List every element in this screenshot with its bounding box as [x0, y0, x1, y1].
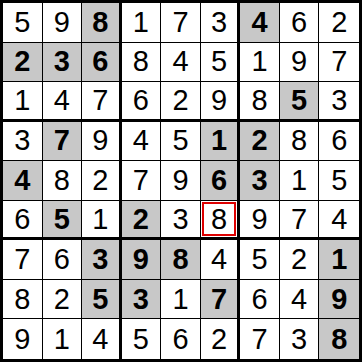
cell-r9c2[interactable]: 1 [43, 319, 83, 359]
cell-r8c8[interactable]: 4 [280, 280, 320, 320]
cell-r3c8[interactable]: 5 [280, 82, 320, 122]
cell-r1c3[interactable]: 8 [82, 3, 122, 43]
cell-r9c8[interactable]: 3 [280, 319, 320, 359]
cell-r6c1[interactable]: 6 [3, 201, 43, 241]
cell-r8c2[interactable]: 2 [43, 280, 83, 320]
cell-r3c3[interactable]: 7 [82, 82, 122, 122]
cell-r9c7[interactable]: 7 [240, 319, 280, 359]
cell-r6c5[interactable]: 3 [161, 201, 201, 241]
cell-r4c1[interactable]: 3 [3, 122, 43, 162]
cell-r8c6[interactable]: 7 [201, 280, 241, 320]
cell-r3c1[interactable]: 1 [3, 82, 43, 122]
cell-r8c4[interactable]: 3 [122, 280, 162, 320]
cell-r5c8[interactable]: 1 [280, 161, 320, 201]
cell-r2c3[interactable]: 6 [82, 43, 122, 83]
cell-r1c4[interactable]: 1 [122, 3, 162, 43]
cell-r2c2[interactable]: 3 [43, 43, 83, 83]
cell-r8c5[interactable]: 1 [161, 280, 201, 320]
cell-r6c3[interactable]: 1 [82, 201, 122, 241]
cell-r8c9[interactable]: 9 [319, 280, 359, 320]
cell-r8c1[interactable]: 8 [3, 280, 43, 320]
cell-r5c2[interactable]: 8 [43, 161, 83, 201]
cell-r6c7[interactable]: 9 [240, 201, 280, 241]
cell-r5c1[interactable]: 4 [3, 161, 43, 201]
cell-r4c9[interactable]: 6 [319, 122, 359, 162]
sudoku-board: 5981734622368451971476298533794512864827… [0, 0, 362, 362]
cell-r5c7[interactable]: 3 [240, 161, 280, 201]
cell-r7c4[interactable]: 9 [122, 240, 162, 280]
cell-r5c5[interactable]: 9 [161, 161, 201, 201]
cell-r4c5[interactable]: 5 [161, 122, 201, 162]
selected-cell-ring [202, 202, 237, 237]
cell-r3c6[interactable]: 9 [201, 82, 241, 122]
cell-r7c8[interactable]: 2 [280, 240, 320, 280]
cell-r2c9[interactable]: 7 [319, 43, 359, 83]
cell-r9c9[interactable]: 8 [319, 319, 359, 359]
cell-r5c4[interactable]: 7 [122, 161, 162, 201]
cell-r6c4[interactable]: 2 [122, 201, 162, 241]
cell-r1c6[interactable]: 3 [201, 3, 241, 43]
cell-r5c6[interactable]: 6 [201, 161, 241, 201]
cell-r1c5[interactable]: 7 [161, 3, 201, 43]
cell-r4c7[interactable]: 2 [240, 122, 280, 162]
cell-r3c4[interactable]: 6 [122, 82, 162, 122]
cell-r4c8[interactable]: 8 [280, 122, 320, 162]
cell-r7c2[interactable]: 6 [43, 240, 83, 280]
cell-r2c5[interactable]: 4 [161, 43, 201, 83]
cell-r4c6[interactable]: 1 [201, 122, 241, 162]
cell-r7c6[interactable]: 4 [201, 240, 241, 280]
cell-r5c9[interactable]: 5 [319, 161, 359, 201]
cell-r2c4[interactable]: 8 [122, 43, 162, 83]
cell-r8c3[interactable]: 5 [82, 280, 122, 320]
cell-r9c5[interactable]: 6 [161, 319, 201, 359]
cell-r3c2[interactable]: 4 [43, 82, 83, 122]
cell-r1c8[interactable]: 6 [280, 3, 320, 43]
cell-r7c9[interactable]: 1 [319, 240, 359, 280]
cell-r2c1[interactable]: 2 [3, 43, 43, 83]
cell-r6c8[interactable]: 7 [280, 201, 320, 241]
cell-r6c2[interactable]: 5 [43, 201, 83, 241]
cell-r9c1[interactable]: 9 [3, 319, 43, 359]
cell-r3c9[interactable]: 3 [319, 82, 359, 122]
cell-r7c5[interactable]: 8 [161, 240, 201, 280]
cell-r4c3[interactable]: 9 [82, 122, 122, 162]
cell-r4c4[interactable]: 4 [122, 122, 162, 162]
cell-r1c9[interactable]: 2 [319, 3, 359, 43]
cell-r1c1[interactable]: 5 [3, 3, 43, 43]
cell-r3c7[interactable]: 8 [240, 82, 280, 122]
cell-r6c9[interactable]: 4 [319, 201, 359, 241]
cell-r7c7[interactable]: 5 [240, 240, 280, 280]
cell-r1c7[interactable]: 4 [240, 3, 280, 43]
cell-r5c3[interactable]: 2 [82, 161, 122, 201]
cell-r6c6[interactable]: 8 [201, 201, 241, 241]
cell-r7c1[interactable]: 7 [3, 240, 43, 280]
cell-r8c7[interactable]: 6 [240, 280, 280, 320]
cell-r2c7[interactable]: 1 [240, 43, 280, 83]
cell-r3c5[interactable]: 2 [161, 82, 201, 122]
cell-r9c3[interactable]: 4 [82, 319, 122, 359]
cell-r7c3[interactable]: 3 [82, 240, 122, 280]
cell-r9c6[interactable]: 2 [201, 319, 241, 359]
cell-r9c4[interactable]: 5 [122, 319, 162, 359]
cell-r2c6[interactable]: 5 [201, 43, 241, 83]
cell-r2c8[interactable]: 9 [280, 43, 320, 83]
cell-r4c2[interactable]: 7 [43, 122, 83, 162]
cell-r1c2[interactable]: 9 [43, 3, 83, 43]
